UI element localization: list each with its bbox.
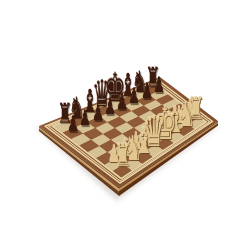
chess-set-photo: ♜♞♝♛♚♝♞♜♟♟♟♟♟♟♟♟♟♟♟♟♟♟♟♟♜♞♝♛♚♝♞♜ xyxy=(0,0,235,235)
chess-board xyxy=(0,0,235,235)
